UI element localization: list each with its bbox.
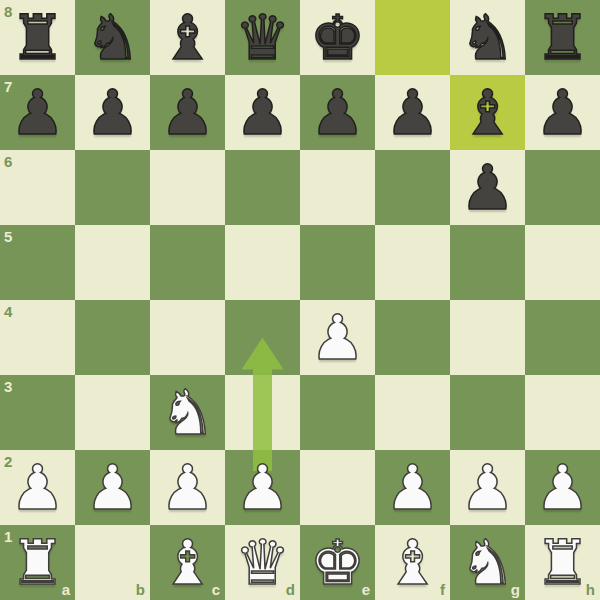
square-b6[interactable] (75, 150, 150, 225)
square-h6[interactable] (525, 150, 600, 225)
square-d4[interactable] (225, 300, 300, 375)
square-g5[interactable] (450, 225, 525, 300)
square-b3[interactable] (75, 375, 150, 450)
square-f8[interactable] (375, 0, 450, 75)
square-e2[interactable] (300, 450, 375, 525)
piece-black-pawn-e7[interactable]: ♟ (300, 75, 375, 150)
piece-white-pawn-h2[interactable]: ♟ (525, 450, 600, 525)
square-d5[interactable] (225, 225, 300, 300)
square-g3[interactable] (450, 375, 525, 450)
file-label-b: b (136, 582, 145, 597)
rank-label-5: 5 (4, 229, 12, 244)
square-g4[interactable] (450, 300, 525, 375)
piece-white-knight-g1[interactable]: ♞ (450, 525, 525, 600)
square-c4[interactable] (150, 300, 225, 375)
square-a3[interactable]: 3 (0, 375, 75, 450)
piece-white-bishop-f1[interactable]: ♝ (375, 525, 450, 600)
square-b1[interactable]: b (75, 525, 150, 600)
piece-white-king-e1[interactable]: ♚ (300, 525, 375, 600)
square-f5[interactable] (375, 225, 450, 300)
piece-black-rook-h8[interactable]: ♜ (525, 0, 600, 75)
piece-white-pawn-g2[interactable]: ♟ (450, 450, 525, 525)
piece-white-rook-h1[interactable]: ♜ (525, 525, 600, 600)
rank-label-3: 3 (4, 379, 12, 394)
piece-black-pawn-b7[interactable]: ♟ (75, 75, 150, 150)
piece-white-rook-a1[interactable]: ♜ (0, 525, 75, 600)
piece-black-pawn-a7[interactable]: ♟ (0, 75, 75, 150)
square-h3[interactable] (525, 375, 600, 450)
chess-board: 87654321abcdefgh ♜♞♝♛♚♞♜♟♟♟♟♟♟♝♟♟♟♞♟♟♟♟♟… (0, 0, 600, 600)
piece-white-pawn-e4[interactable]: ♟ (300, 300, 375, 375)
piece-black-pawn-d7[interactable]: ♟ (225, 75, 300, 150)
piece-black-pawn-f7[interactable]: ♟ (375, 75, 450, 150)
rank-label-6: 6 (4, 154, 12, 169)
piece-black-knight-g8[interactable]: ♞ (450, 0, 525, 75)
piece-white-pawn-b2[interactable]: ♟ (75, 450, 150, 525)
piece-white-pawn-d2[interactable]: ♟ (225, 450, 300, 525)
piece-black-queen-d8[interactable]: ♛ (225, 0, 300, 75)
rank-label-4: 4 (4, 304, 12, 319)
square-e3[interactable] (300, 375, 375, 450)
piece-black-knight-b8[interactable]: ♞ (75, 0, 150, 75)
square-a5[interactable]: 5 (0, 225, 75, 300)
square-a4[interactable]: 4 (0, 300, 75, 375)
piece-black-pawn-g6[interactable]: ♟ (450, 150, 525, 225)
square-f6[interactable] (375, 150, 450, 225)
piece-white-pawn-a2[interactable]: ♟ (0, 450, 75, 525)
piece-white-pawn-c2[interactable]: ♟ (150, 450, 225, 525)
piece-black-bishop-c8[interactable]: ♝ (150, 0, 225, 75)
square-f4[interactable] (375, 300, 450, 375)
square-a6[interactable]: 6 (0, 150, 75, 225)
square-b4[interactable] (75, 300, 150, 375)
piece-white-queen-d1[interactable]: ♛ (225, 525, 300, 600)
square-f3[interactable] (375, 375, 450, 450)
square-b5[interactable] (75, 225, 150, 300)
square-e5[interactable] (300, 225, 375, 300)
square-d3[interactable] (225, 375, 300, 450)
square-d6[interactable] (225, 150, 300, 225)
piece-black-pawn-c7[interactable]: ♟ (150, 75, 225, 150)
piece-white-pawn-f2[interactable]: ♟ (375, 450, 450, 525)
square-c6[interactable] (150, 150, 225, 225)
piece-black-rook-a8[interactable]: ♜ (0, 0, 75, 75)
square-h4[interactable] (525, 300, 600, 375)
square-c5[interactable] (150, 225, 225, 300)
piece-white-knight-c3[interactable]: ♞ (150, 375, 225, 450)
piece-black-bishop-g7[interactable]: ♝ (450, 75, 525, 150)
square-h5[interactable] (525, 225, 600, 300)
square-e6[interactable] (300, 150, 375, 225)
piece-white-bishop-c1[interactable]: ♝ (150, 525, 225, 600)
piece-black-king-e8[interactable]: ♚ (300, 0, 375, 75)
piece-black-pawn-h7[interactable]: ♟ (525, 75, 600, 150)
